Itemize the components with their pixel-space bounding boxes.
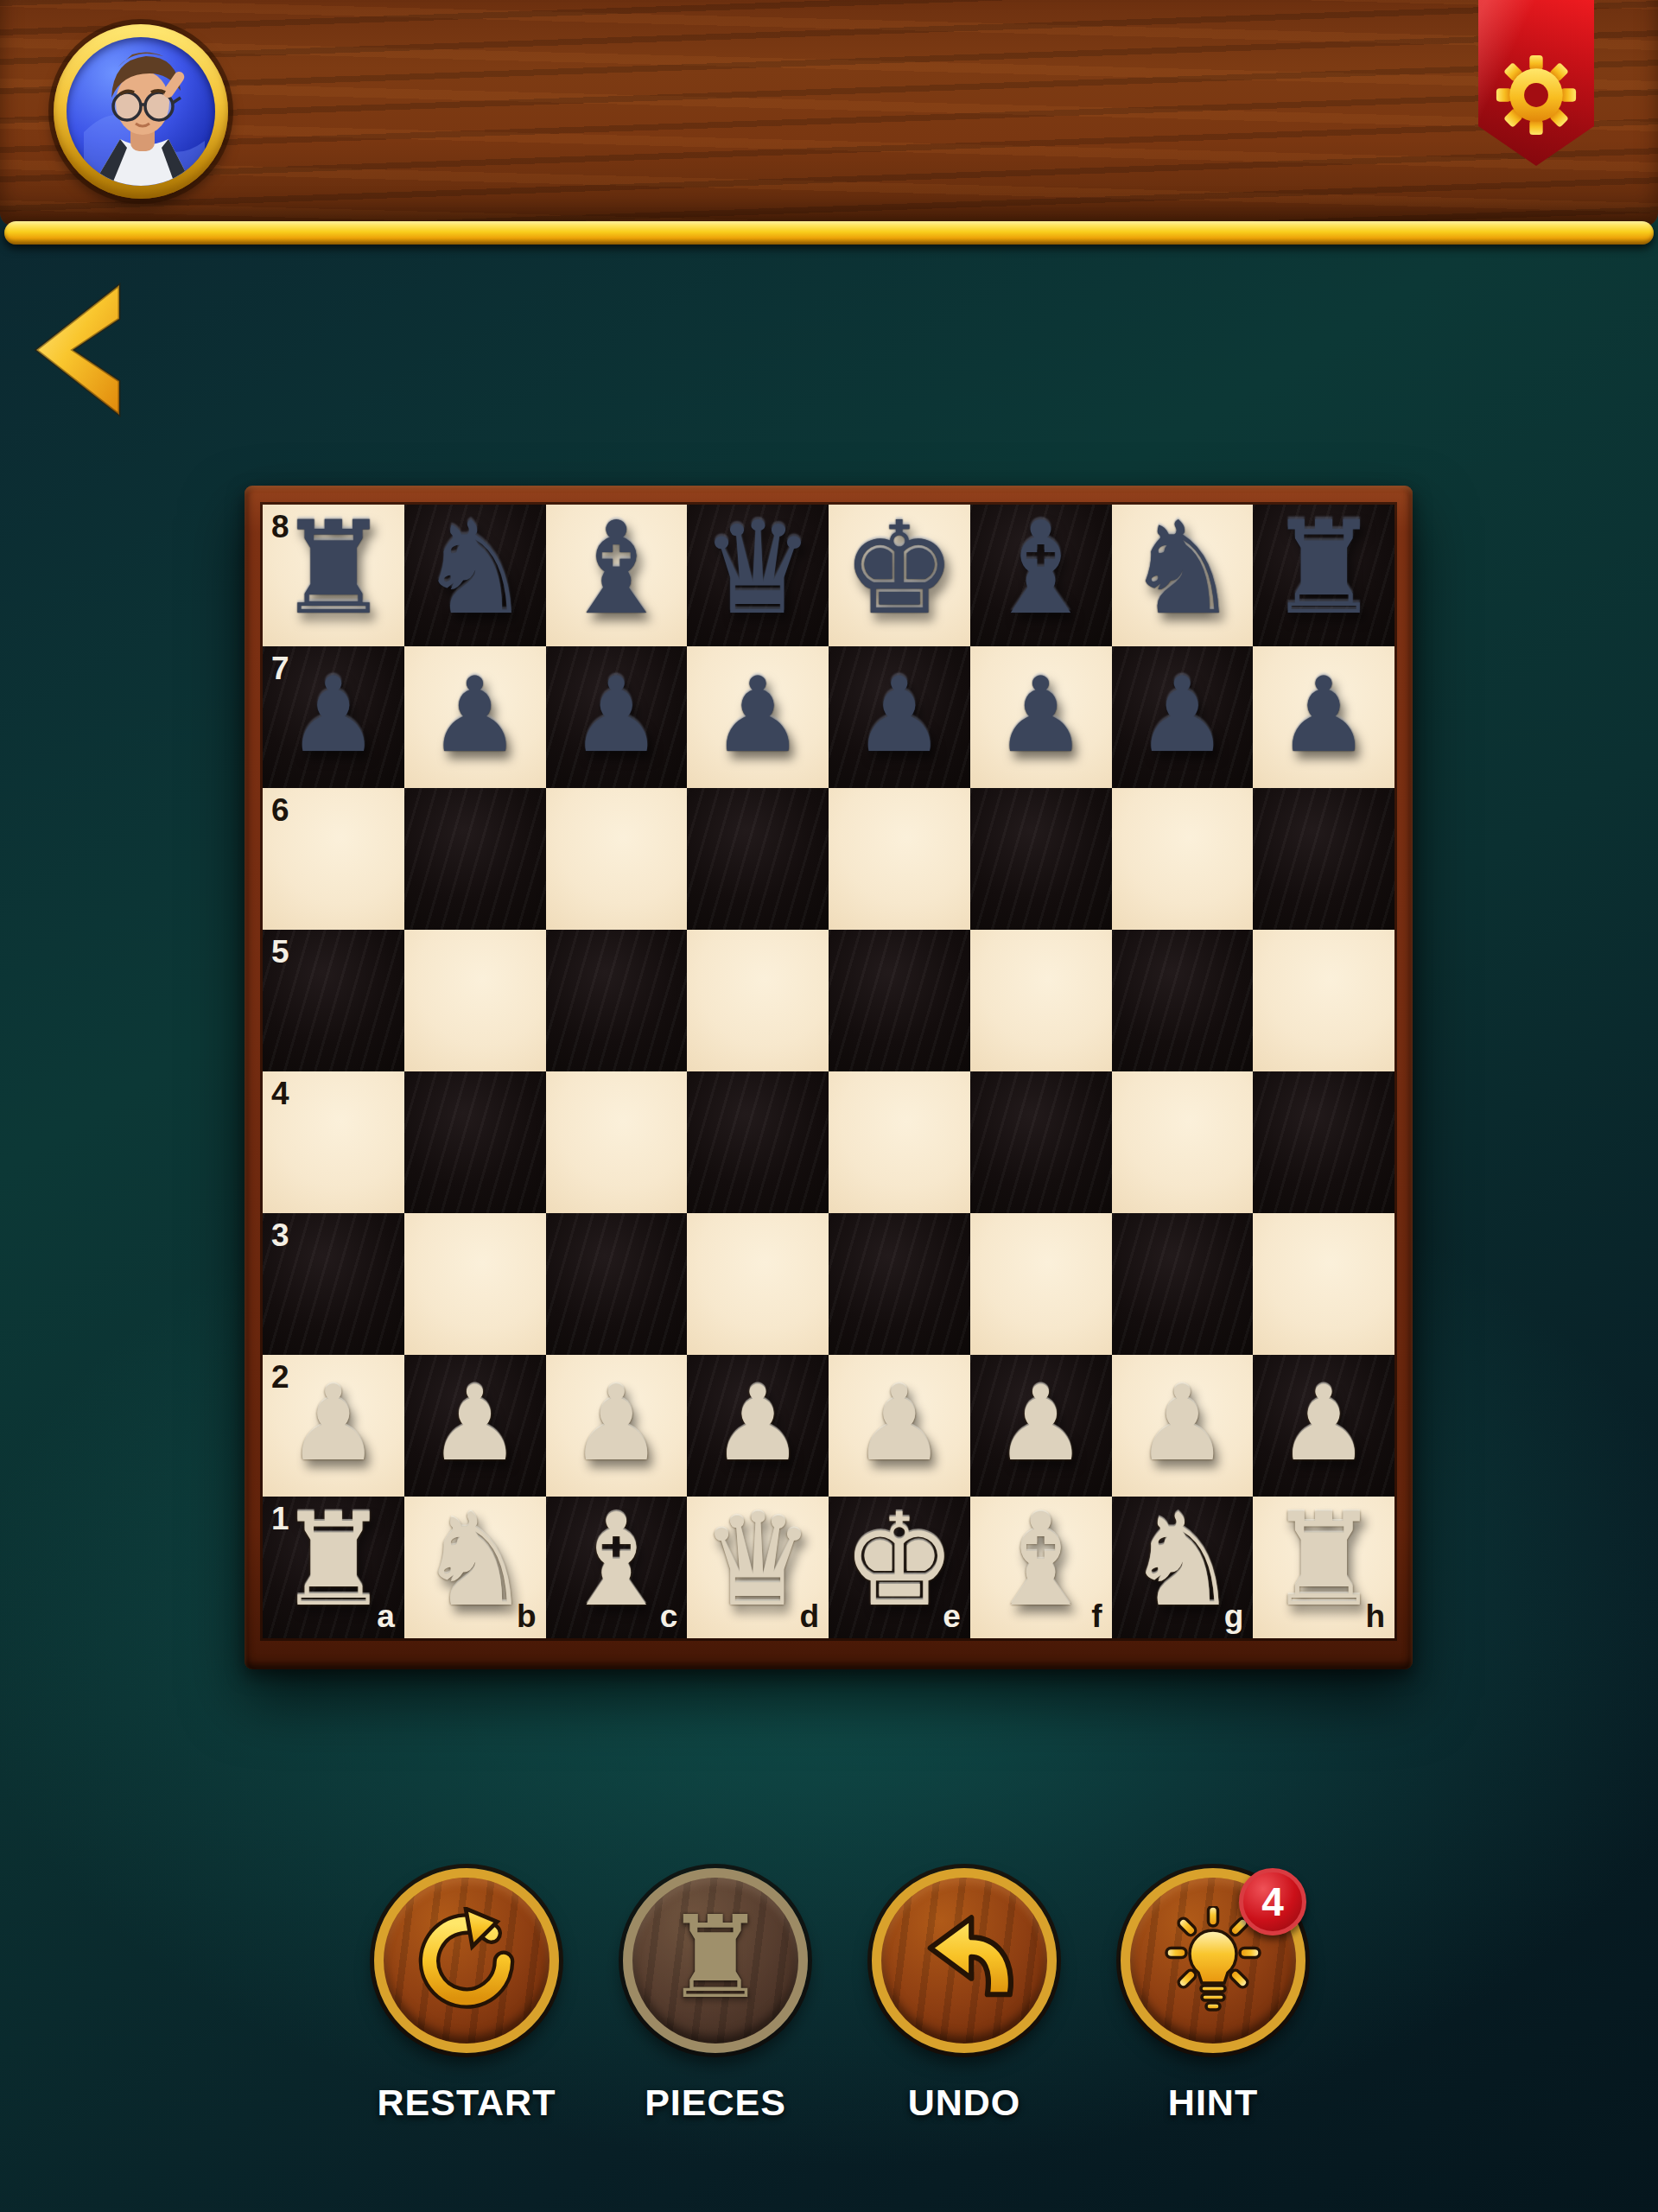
square-g2[interactable]: ♟ [1112, 1355, 1254, 1497]
square-a4[interactable]: 4 [263, 1071, 404, 1213]
square-g5[interactable] [1112, 930, 1254, 1071]
square-d8[interactable]: ♛ [687, 505, 829, 646]
square-h2[interactable]: ♟ [1253, 1355, 1394, 1497]
square-e8[interactable]: ♚ [829, 505, 970, 646]
square-b5[interactable] [404, 930, 546, 1071]
square-a2[interactable]: 2♟ [263, 1355, 404, 1497]
undo-label: UNDO [852, 2082, 1077, 2124]
restart-icon [413, 1907, 520, 2014]
square-e5[interactable] [829, 930, 970, 1071]
piece-black-pawn[interactable]: ♟ [546, 645, 688, 786]
file-label-b: b [517, 1600, 537, 1632]
piece-white-pawn[interactable]: ♟ [546, 1353, 688, 1495]
square-e3[interactable] [829, 1213, 970, 1355]
piece-black-bishop[interactable]: ♝ [546, 498, 688, 639]
square-a3[interactable]: 3 [263, 1213, 404, 1355]
square-b2[interactable]: ♟ [404, 1355, 546, 1497]
pieces-button[interactable]: ♜ PIECES [603, 1868, 828, 2124]
square-d2[interactable]: ♟ [687, 1355, 829, 1497]
piece-black-pawn[interactable]: ♟ [1253, 645, 1394, 786]
square-e7[interactable]: ♟ [829, 646, 970, 788]
piece-black-rook[interactable]: ♜ [1253, 498, 1394, 639]
rank-label-4: 4 [271, 1077, 289, 1109]
square-h5[interactable] [1253, 930, 1394, 1071]
square-c8[interactable]: ♝ [546, 505, 688, 646]
square-c1[interactable]: c♝ [546, 1497, 688, 1638]
square-f2[interactable]: ♟ [970, 1355, 1112, 1497]
square-b4[interactable] [404, 1071, 546, 1213]
rank-label-7: 7 [271, 652, 289, 684]
restart-label: RESTART [354, 2082, 579, 2124]
avatar[interactable] [54, 24, 228, 199]
piece-white-pawn[interactable]: ♟ [1253, 1353, 1394, 1495]
back-chevron-icon [28, 280, 124, 420]
square-d3[interactable] [687, 1213, 829, 1355]
file-label-g: g [1224, 1600, 1244, 1632]
undo-button[interactable]: UNDO [852, 1868, 1077, 2124]
piece-black-king[interactable]: ♚ [829, 498, 970, 639]
square-c4[interactable] [546, 1071, 688, 1213]
hint-count: 4 [1261, 1878, 1284, 1925]
square-d6[interactable] [687, 788, 829, 930]
square-b1[interactable]: b♞ [404, 1497, 546, 1638]
piece-black-bishop[interactable]: ♝ [970, 498, 1112, 639]
hint-count-badge: 4 [1239, 1868, 1306, 1935]
app-background: 8♜♞♝♛♚♝♞♜7♟♟♟♟♟♟♟♟65432♟♟♟♟♟♟♟♟1a♜b♞c♝d♛… [0, 0, 1658, 2212]
piece-black-pawn[interactable]: ♟ [687, 645, 829, 786]
square-g3[interactable] [1112, 1213, 1254, 1355]
file-label-a: a [377, 1600, 395, 1632]
square-b8[interactable]: ♞ [404, 505, 546, 646]
file-label-e: e [943, 1600, 961, 1632]
person-icon [67, 37, 215, 186]
square-e2[interactable]: ♟ [829, 1355, 970, 1497]
square-a5[interactable]: 5 [263, 930, 404, 1071]
square-e1[interactable]: e♚ [829, 1497, 970, 1638]
pieces-label: PIECES [603, 2082, 828, 2124]
piece-black-knight[interactable]: ♞ [1112, 498, 1254, 639]
piece-black-pawn[interactable]: ♟ [970, 645, 1112, 786]
piece-black-knight[interactable]: ♞ [404, 498, 546, 639]
square-g8[interactable]: ♞ [1112, 505, 1254, 646]
rank-label-5: 5 [271, 936, 289, 968]
piece-white-bishop[interactable]: ♝ [970, 1490, 1112, 1631]
gold-trim-bar [4, 221, 1654, 245]
square-f8[interactable]: ♝ [970, 505, 1112, 646]
rank-label-1: 1 [271, 1503, 289, 1535]
square-g6[interactable] [1112, 788, 1254, 930]
chess-board-frame: 8♜♞♝♛♚♝♞♜7♟♟♟♟♟♟♟♟65432♟♟♟♟♟♟♟♟1a♜b♞c♝d♛… [245, 486, 1413, 1669]
piece-white-pawn[interactable]: ♟ [1112, 1353, 1254, 1495]
square-h1[interactable]: h♜ [1253, 1497, 1394, 1638]
rook-icon: ♜ [664, 1900, 766, 2014]
square-f4[interactable] [970, 1071, 1112, 1213]
square-f3[interactable] [970, 1213, 1112, 1355]
square-e6[interactable] [829, 788, 970, 930]
square-b7[interactable]: ♟ [404, 646, 546, 788]
file-label-f: f [1091, 1600, 1102, 1632]
top-bar [0, 0, 1658, 226]
piece-black-queen[interactable]: ♛ [687, 498, 829, 639]
rank-label-2: 2 [271, 1361, 289, 1393]
rank-label-8: 8 [271, 511, 289, 543]
square-a6[interactable]: 6 [263, 788, 404, 930]
file-label-d: d [799, 1600, 819, 1632]
square-g4[interactable] [1112, 1071, 1254, 1213]
square-h4[interactable] [1253, 1071, 1394, 1213]
square-a7[interactable]: 7♟ [263, 646, 404, 788]
hint-button[interactable]: 4 HINT [1101, 1868, 1325, 2124]
piece-white-pawn[interactable]: ♟ [687, 1353, 829, 1495]
square-a1[interactable]: 1a♜ [263, 1497, 404, 1638]
square-h7[interactable]: ♟ [1253, 646, 1394, 788]
undo-icon [911, 1907, 1018, 2014]
square-g1[interactable]: g♞ [1112, 1497, 1254, 1638]
square-c5[interactable] [546, 930, 688, 1071]
square-f7[interactable]: ♟ [970, 646, 1112, 788]
square-c6[interactable] [546, 788, 688, 930]
back-button[interactable] [28, 280, 124, 420]
piece-black-pawn[interactable]: ♟ [829, 645, 970, 786]
piece-white-pawn[interactable]: ♟ [404, 1353, 546, 1495]
square-c3[interactable] [546, 1213, 688, 1355]
avatar-portrait [67, 37, 215, 186]
square-c2[interactable]: ♟ [546, 1355, 688, 1497]
square-d4[interactable] [687, 1071, 829, 1213]
square-c7[interactable]: ♟ [546, 646, 688, 788]
square-f1[interactable]: f♝ [970, 1497, 1112, 1638]
square-d5[interactable] [687, 930, 829, 1071]
square-e4[interactable] [829, 1071, 970, 1213]
file-label-c: c [660, 1600, 678, 1632]
square-d7[interactable]: ♟ [687, 646, 829, 788]
restart-button[interactable]: RESTART [354, 1868, 579, 2124]
piece-white-pawn[interactable]: ♟ [829, 1353, 970, 1495]
gear-icon [1495, 54, 1578, 137]
square-d1[interactable]: d♛ [687, 1497, 829, 1638]
square-f5[interactable] [970, 930, 1112, 1071]
board-squares: 8♜♞♝♛♚♝♞♜7♟♟♟♟♟♟♟♟65432♟♟♟♟♟♟♟♟1a♜b♞c♝d♛… [263, 505, 1394, 1638]
square-b6[interactable] [404, 788, 546, 930]
square-h3[interactable] [1253, 1213, 1394, 1355]
square-h8[interactable]: ♜ [1253, 505, 1394, 646]
file-label-h: h [1365, 1600, 1385, 1632]
rank-label-3: 3 [271, 1219, 289, 1251]
piece-white-pawn[interactable]: ♟ [970, 1353, 1112, 1495]
square-b3[interactable] [404, 1213, 546, 1355]
square-f6[interactable] [970, 788, 1112, 930]
piece-black-pawn[interactable]: ♟ [1112, 645, 1254, 786]
hint-label: HINT [1101, 2082, 1325, 2124]
piece-black-pawn[interactable]: ♟ [404, 645, 546, 786]
square-h6[interactable] [1253, 788, 1394, 930]
square-g7[interactable]: ♟ [1112, 646, 1254, 788]
square-a8[interactable]: 8♜ [263, 505, 404, 646]
rank-label-6: 6 [271, 794, 289, 826]
